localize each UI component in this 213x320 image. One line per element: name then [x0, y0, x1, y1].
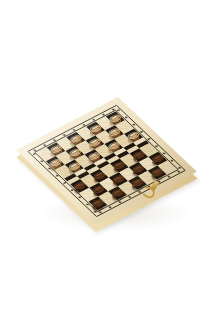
brass-clasp — [141, 181, 161, 198]
product-photo: ⛂⛂⛂⛂⛂⛂⛂⛂⛂⛂⛂⛂⛂⛂⛂⛂⛂⛂⛂⛂⛂⛂⛂⛂ — [0, 0, 213, 320]
